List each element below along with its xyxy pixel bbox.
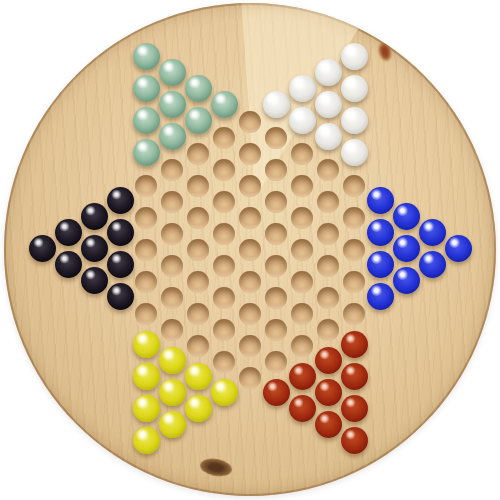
board-cell — [237, 106, 263, 138]
board-cell — [263, 122, 289, 154]
hole[interactable] — [135, 207, 157, 229]
hole[interactable] — [187, 303, 209, 325]
green-marble[interactable] — [133, 75, 160, 102]
board-cell — [159, 378, 185, 410]
board-cell — [237, 330, 263, 362]
hole[interactable] — [317, 223, 339, 245]
board-cell — [159, 250, 185, 282]
black-marble[interactable] — [81, 203, 108, 230]
board-cell — [237, 298, 263, 330]
board-cell — [185, 106, 211, 138]
board-cell — [315, 90, 341, 122]
white-marble[interactable] — [289, 107, 316, 134]
hole[interactable] — [239, 271, 261, 293]
board-cell — [185, 394, 211, 426]
hole[interactable] — [317, 319, 339, 341]
green-marble[interactable] — [133, 43, 160, 70]
board-cell — [263, 346, 289, 378]
board-cell — [263, 218, 289, 250]
black-marble[interactable] — [81, 235, 108, 262]
hole[interactable] — [161, 287, 183, 309]
hole[interactable] — [135, 303, 157, 325]
board-cell — [159, 154, 185, 186]
yellow-marble[interactable] — [133, 395, 160, 422]
board-cell — [289, 330, 315, 362]
blue-marble[interactable] — [367, 251, 394, 278]
board-cell — [315, 314, 341, 346]
white-marble[interactable] — [289, 75, 316, 102]
board-cell — [263, 90, 289, 122]
hole[interactable] — [317, 287, 339, 309]
green-marble[interactable] — [185, 75, 212, 102]
board-cell — [367, 186, 393, 218]
yellow-marble[interactable] — [133, 363, 160, 390]
black-marble[interactable] — [55, 219, 82, 246]
board-cell — [81, 202, 107, 234]
blue-marble[interactable] — [393, 267, 420, 294]
board-cell — [133, 298, 159, 330]
board-cell — [289, 298, 315, 330]
board-cell — [133, 74, 159, 106]
board-cell — [419, 250, 445, 282]
board-cell — [159, 58, 185, 90]
board-cell — [133, 394, 159, 426]
board-cell — [393, 266, 419, 298]
board-cell — [159, 90, 185, 122]
yellow-marble[interactable] — [185, 395, 212, 422]
board-cell — [289, 106, 315, 138]
hole[interactable] — [239, 175, 261, 197]
board-cell — [289, 202, 315, 234]
board-cell — [211, 378, 237, 410]
hole[interactable] — [343, 175, 365, 197]
red-marble[interactable] — [315, 411, 342, 438]
blue-marble[interactable] — [367, 283, 394, 310]
board-cell — [341, 138, 367, 170]
blue-marble[interactable] — [393, 235, 420, 262]
hole[interactable] — [239, 303, 261, 325]
white-marble[interactable] — [263, 91, 290, 118]
yellow-marble[interactable] — [159, 347, 186, 374]
hole[interactable] — [213, 351, 235, 373]
hole[interactable] — [265, 287, 287, 309]
hole[interactable] — [239, 207, 261, 229]
board-cell — [445, 234, 471, 266]
yellow-marble[interactable] — [159, 411, 186, 438]
green-marble[interactable] — [185, 107, 212, 134]
board-cell — [263, 154, 289, 186]
hole[interactable] — [161, 319, 183, 341]
board-cell — [159, 346, 185, 378]
board-cell — [185, 298, 211, 330]
board-cell — [315, 378, 341, 410]
hole[interactable] — [343, 271, 365, 293]
green-marble[interactable] — [211, 91, 238, 118]
hole[interactable] — [343, 303, 365, 325]
board-cell — [159, 122, 185, 154]
board-cell — [419, 218, 445, 250]
hole[interactable] — [239, 239, 261, 261]
white-marble[interactable] — [315, 59, 342, 86]
red-marble[interactable] — [315, 347, 342, 374]
black-marble[interactable] — [29, 235, 56, 262]
white-marble[interactable] — [341, 75, 368, 102]
board-cell — [315, 410, 341, 442]
white-marble[interactable] — [341, 43, 368, 70]
board-cell — [315, 282, 341, 314]
hole[interactable] — [291, 335, 313, 357]
board-cell — [341, 266, 367, 298]
board-cell — [211, 90, 237, 122]
board-cell — [211, 250, 237, 282]
board-cell — [185, 170, 211, 202]
red-marble[interactable] — [289, 395, 316, 422]
hole[interactable] — [187, 207, 209, 229]
hole[interactable] — [239, 335, 261, 357]
hole[interactable] — [291, 143, 313, 165]
red-marble[interactable] — [341, 331, 368, 358]
hole[interactable] — [317, 255, 339, 277]
board-cell — [237, 202, 263, 234]
board-cell — [133, 170, 159, 202]
board-cell — [133, 202, 159, 234]
board-cell — [185, 74, 211, 106]
board-cell — [367, 282, 393, 314]
hole[interactable] — [187, 239, 209, 261]
hole[interactable] — [291, 239, 313, 261]
board-cell — [315, 346, 341, 378]
board-cell — [185, 234, 211, 266]
board-cell — [315, 154, 341, 186]
board-cell — [289, 138, 315, 170]
black-marble[interactable] — [107, 187, 134, 214]
board-cell — [133, 138, 159, 170]
hole[interactable] — [161, 191, 183, 213]
hole[interactable] — [135, 239, 157, 261]
board-cell — [107, 250, 133, 282]
board-cell — [133, 330, 159, 362]
board-cell — [185, 330, 211, 362]
green-marble[interactable] — [159, 91, 186, 118]
yellow-marble[interactable] — [211, 379, 238, 406]
board-cell — [315, 218, 341, 250]
hole[interactable] — [343, 239, 365, 261]
hole[interactable] — [187, 335, 209, 357]
board-cell — [315, 250, 341, 282]
hole[interactable] — [135, 271, 157, 293]
hole[interactable] — [265, 319, 287, 341]
hole[interactable] — [213, 319, 235, 341]
board-cell — [81, 234, 107, 266]
board-cell — [289, 266, 315, 298]
red-marble[interactable] — [341, 395, 368, 422]
hole[interactable] — [317, 191, 339, 213]
board-cell — [55, 250, 81, 282]
board-cell — [341, 42, 367, 74]
board-cell — [315, 186, 341, 218]
blue-marble[interactable] — [445, 235, 472, 262]
hole[interactable] — [187, 175, 209, 197]
board-cell — [341, 298, 367, 330]
board-cell — [289, 362, 315, 394]
yellow-marble[interactable] — [133, 427, 160, 454]
hole[interactable] — [161, 255, 183, 277]
hole[interactable] — [265, 127, 287, 149]
hole[interactable] — [187, 143, 209, 165]
hole[interactable] — [213, 255, 235, 277]
board-grid — [29, 42, 471, 458]
board-cell — [237, 266, 263, 298]
hole[interactable] — [187, 271, 209, 293]
board-cell — [341, 426, 367, 458]
green-marble[interactable] — [159, 59, 186, 86]
board-cell — [263, 282, 289, 314]
board-cell — [211, 218, 237, 250]
board-cell — [159, 314, 185, 346]
white-marble[interactable] — [341, 139, 368, 166]
board-cell — [159, 282, 185, 314]
red-marble[interactable] — [315, 379, 342, 406]
hole[interactable] — [291, 175, 313, 197]
board-cell — [367, 250, 393, 282]
board-cell — [133, 42, 159, 74]
hole[interactable] — [239, 143, 261, 165]
board-cell — [185, 202, 211, 234]
blue-marble[interactable] — [419, 219, 446, 246]
board-cell — [185, 266, 211, 298]
blue-marble[interactable] — [419, 251, 446, 278]
blue-marble[interactable] — [393, 203, 420, 230]
hole[interactable] — [213, 159, 235, 181]
board-cell — [315, 122, 341, 154]
board-cell — [393, 234, 419, 266]
board-cell — [211, 314, 237, 346]
board-cell — [133, 266, 159, 298]
board-cell — [237, 362, 263, 394]
board-cell — [211, 122, 237, 154]
white-marble[interactable] — [315, 91, 342, 118]
board-cell — [289, 394, 315, 426]
board-cell — [159, 410, 185, 442]
chinese-checkers-board — [4, 3, 496, 496]
red-marble[interactable] — [289, 363, 316, 390]
board-cell — [107, 282, 133, 314]
board-cell — [263, 378, 289, 410]
red-marble[interactable] — [341, 427, 368, 454]
board-cell — [341, 74, 367, 106]
white-marble[interactable] — [315, 123, 342, 150]
blue-marble[interactable] — [367, 219, 394, 246]
board-cell — [341, 170, 367, 202]
board-cell — [107, 186, 133, 218]
green-marble[interactable] — [159, 123, 186, 150]
hole[interactable] — [343, 207, 365, 229]
board-cell — [263, 250, 289, 282]
board-cell — [263, 186, 289, 218]
board-cell — [341, 330, 367, 362]
board-cell — [133, 234, 159, 266]
hole[interactable] — [291, 303, 313, 325]
yellow-marble[interactable] — [159, 379, 186, 406]
board-cell — [341, 106, 367, 138]
hole[interactable] — [239, 111, 261, 133]
board-cell — [289, 74, 315, 106]
hole[interactable] — [265, 255, 287, 277]
yellow-marble[interactable] — [133, 331, 160, 358]
board-cell — [393, 202, 419, 234]
board-cell — [159, 186, 185, 218]
white-marble[interactable] — [341, 107, 368, 134]
board-cell — [341, 394, 367, 426]
hole[interactable] — [161, 159, 183, 181]
hole[interactable] — [213, 191, 235, 213]
board-cell — [211, 346, 237, 378]
board-cell — [55, 218, 81, 250]
black-marble[interactable] — [107, 219, 134, 246]
black-marble[interactable] — [55, 251, 82, 278]
hole[interactable] — [135, 175, 157, 197]
hole[interactable] — [265, 351, 287, 373]
board-cell — [29, 234, 55, 266]
green-marble[interactable] — [133, 139, 160, 166]
board-cell — [133, 106, 159, 138]
hole[interactable] — [239, 367, 261, 389]
board-cell — [341, 234, 367, 266]
board-cell — [237, 234, 263, 266]
red-marble[interactable] — [341, 363, 368, 390]
hole[interactable] — [161, 223, 183, 245]
red-marble[interactable] — [263, 379, 290, 406]
hole[interactable] — [265, 223, 287, 245]
hole[interactable] — [265, 159, 287, 181]
hole[interactable] — [213, 223, 235, 245]
hole[interactable] — [317, 159, 339, 181]
board-cell — [341, 202, 367, 234]
black-marble[interactable] — [107, 251, 134, 278]
board-cell — [367, 218, 393, 250]
board-cell — [289, 170, 315, 202]
hole[interactable] — [291, 207, 313, 229]
board-cell — [81, 266, 107, 298]
board-cell — [315, 58, 341, 90]
board-cell — [211, 186, 237, 218]
blue-marble[interactable] — [367, 187, 394, 214]
board-cell — [263, 314, 289, 346]
board-cell — [211, 154, 237, 186]
board-cell — [107, 218, 133, 250]
hole[interactable] — [213, 127, 235, 149]
chinese-checkers-scene — [0, 0, 500, 500]
green-marble[interactable] — [133, 107, 160, 134]
board-cell — [133, 362, 159, 394]
hole[interactable] — [265, 191, 287, 213]
board-cell — [185, 362, 211, 394]
board-cell — [237, 138, 263, 170]
board-cell — [289, 234, 315, 266]
board-cell — [211, 282, 237, 314]
black-marble[interactable] — [81, 267, 108, 294]
board-cell — [159, 218, 185, 250]
board-cell — [341, 362, 367, 394]
board-cell — [185, 138, 211, 170]
hole[interactable] — [291, 271, 313, 293]
board-cell — [237, 170, 263, 202]
board-cell — [133, 426, 159, 458]
black-marble[interactable] — [107, 283, 134, 310]
yellow-marble[interactable] — [185, 363, 212, 390]
hole[interactable] — [213, 287, 235, 309]
